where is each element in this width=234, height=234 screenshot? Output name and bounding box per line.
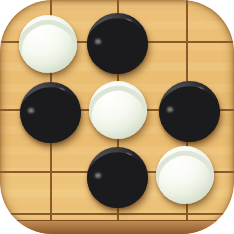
- black-stone: ●: [87, 13, 148, 74]
- black-stone: ●: [20, 82, 81, 143]
- black-stone: ●: [87, 147, 148, 208]
- stone-glyph: ●: [87, 147, 148, 208]
- go-app-icon[interactable]: ○●●○●●○: [0, 0, 234, 234]
- black-stone: ●: [159, 81, 220, 142]
- stone-glyph: ○: [89, 81, 147, 139]
- stone-glyph: ●: [20, 82, 81, 143]
- grid-line-horizontal: [0, 213, 234, 215]
- stone-glyph: ○: [156, 146, 214, 204]
- stone-glyph: ●: [87, 13, 148, 74]
- board-front-bevel: [0, 220, 234, 234]
- go-board: ○●●○●●○: [0, 0, 234, 234]
- white-stone: ○: [156, 146, 214, 204]
- stone-glyph: ●: [159, 81, 220, 142]
- stone-glyph: ○: [19, 15, 77, 73]
- white-stone: ○: [19, 15, 77, 73]
- white-stone: ○: [89, 81, 147, 139]
